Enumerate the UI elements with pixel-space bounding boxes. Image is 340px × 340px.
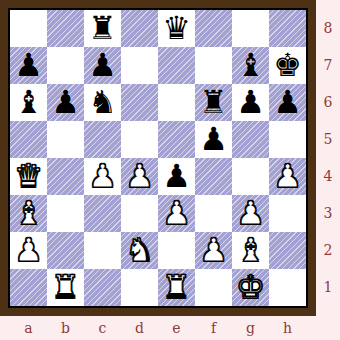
rank-label-2: 2 [317, 232, 339, 269]
board-inner-border: ♜♛♟♟♝♚♝♟♞♜♟♟♟♛♟♟♟♟♝♟♟♟♞♟♝♜♜♚ [8, 8, 308, 308]
black-rook-c8[interactable]: ♜ [84, 10, 121, 47]
white-bishop-a3[interactable]: ♝ [10, 195, 47, 232]
chess-board: ♜♛♟♟♝♚♝♟♞♜♟♟♟♛♟♟♟♟♝♟♟♟♞♟♝♜♜♚ [10, 10, 306, 306]
square-d1[interactable] [121, 269, 158, 306]
white-pawn-e3[interactable]: ♟ [158, 195, 195, 232]
white-bishop-g2[interactable]: ♝ [232, 232, 269, 269]
square-f7[interactable] [195, 47, 232, 84]
rank-label-5: 5 [317, 121, 339, 158]
square-e2[interactable] [158, 232, 195, 269]
rank-label-1: 1 [317, 269, 339, 306]
black-knight-c6[interactable]: ♞ [84, 84, 121, 121]
square-c5[interactable] [84, 121, 121, 158]
square-h6[interactable]: ♟ [269, 84, 306, 121]
square-a8[interactable] [10, 10, 47, 47]
square-g2[interactable]: ♝ [232, 232, 269, 269]
file-label-a: a [10, 317, 47, 339]
square-c3[interactable] [84, 195, 121, 232]
square-h2[interactable] [269, 232, 306, 269]
square-h5[interactable] [269, 121, 306, 158]
black-rook-f6[interactable]: ♜ [195, 84, 232, 121]
square-f3[interactable] [195, 195, 232, 232]
square-e8[interactable]: ♛ [158, 10, 195, 47]
white-pawn-g3[interactable]: ♟ [232, 195, 269, 232]
white-pawn-h4[interactable]: ♟ [269, 158, 306, 195]
black-pawn-g6[interactable]: ♟ [232, 84, 269, 121]
file-label-b: b [47, 317, 84, 339]
square-g1[interactable]: ♚ [232, 269, 269, 306]
black-pawn-e4[interactable]: ♟ [158, 158, 195, 195]
square-g4[interactable] [232, 158, 269, 195]
square-a2[interactable]: ♟ [10, 232, 47, 269]
file-labels: abcdefgh [10, 317, 306, 339]
black-pawn-a7[interactable]: ♟ [10, 47, 47, 84]
square-h4[interactable]: ♟ [269, 158, 306, 195]
square-g8[interactable] [232, 10, 269, 47]
square-b7[interactable] [47, 47, 84, 84]
square-a6[interactable]: ♝ [10, 84, 47, 121]
square-g6[interactable]: ♟ [232, 84, 269, 121]
rank-labels: 87654321 [317, 10, 339, 306]
square-d4[interactable]: ♟ [121, 158, 158, 195]
square-e1[interactable]: ♜ [158, 269, 195, 306]
square-h7[interactable]: ♚ [269, 47, 306, 84]
file-label-c: c [84, 317, 121, 339]
square-d6[interactable] [121, 84, 158, 121]
square-g7[interactable]: ♝ [232, 47, 269, 84]
square-f6[interactable]: ♜ [195, 84, 232, 121]
square-h1[interactable] [269, 269, 306, 306]
file-label-e: e [158, 317, 195, 339]
black-queen-e8[interactable]: ♛ [158, 10, 195, 47]
square-e5[interactable] [158, 121, 195, 158]
black-bishop-g7[interactable]: ♝ [232, 47, 269, 84]
square-a3[interactable]: ♝ [10, 195, 47, 232]
square-d7[interactable] [121, 47, 158, 84]
white-queen-a4[interactable]: ♛ [10, 158, 47, 195]
square-e6[interactable] [158, 84, 195, 121]
square-e4[interactable]: ♟ [158, 158, 195, 195]
square-g3[interactable]: ♟ [232, 195, 269, 232]
file-label-h: h [269, 317, 306, 339]
square-b6[interactable]: ♟ [47, 84, 84, 121]
board-frame: ♜♛♟♟♝♚♝♟♞♜♟♟♟♛♟♟♟♟♝♟♟♟♞♟♝♜♜♚ [0, 0, 316, 316]
black-pawn-c7[interactable]: ♟ [84, 47, 121, 84]
square-d2[interactable]: ♞ [121, 232, 158, 269]
white-rook-b1[interactable]: ♜ [47, 269, 84, 306]
square-a4[interactable]: ♛ [10, 158, 47, 195]
rank-label-7: 7 [317, 47, 339, 84]
white-rook-e1[interactable]: ♜ [158, 269, 195, 306]
square-b1[interactable]: ♜ [47, 269, 84, 306]
square-h3[interactable] [269, 195, 306, 232]
square-b8[interactable] [47, 10, 84, 47]
file-label-f: f [195, 317, 232, 339]
white-pawn-d4[interactable]: ♟ [121, 158, 158, 195]
square-d5[interactable] [121, 121, 158, 158]
white-pawn-c4[interactable]: ♟ [84, 158, 121, 195]
square-c4[interactable]: ♟ [84, 158, 121, 195]
square-f8[interactable] [195, 10, 232, 47]
square-f1[interactable] [195, 269, 232, 306]
rank-label-4: 4 [317, 158, 339, 195]
square-a5[interactable] [10, 121, 47, 158]
square-f4[interactable] [195, 158, 232, 195]
black-pawn-b6[interactable]: ♟ [47, 84, 84, 121]
square-c7[interactable]: ♟ [84, 47, 121, 84]
black-king-h7[interactable]: ♚ [269, 47, 306, 84]
square-a7[interactable]: ♟ [10, 47, 47, 84]
black-bishop-a6[interactable]: ♝ [10, 84, 47, 121]
black-pawn-h6[interactable]: ♟ [269, 84, 306, 121]
rank-label-8: 8 [317, 10, 339, 47]
white-pawn-f2[interactable]: ♟ [195, 232, 232, 269]
square-b5[interactable] [47, 121, 84, 158]
white-king-g1[interactable]: ♚ [232, 269, 269, 306]
square-c2[interactable] [84, 232, 121, 269]
square-f5[interactable]: ♟ [195, 121, 232, 158]
white-pawn-a2[interactable]: ♟ [10, 232, 47, 269]
square-d8[interactable] [121, 10, 158, 47]
square-c8[interactable]: ♜ [84, 10, 121, 47]
file-label-d: d [121, 317, 158, 339]
square-b4[interactable] [47, 158, 84, 195]
square-a1[interactable] [10, 269, 47, 306]
square-c6[interactable]: ♞ [84, 84, 121, 121]
black-pawn-f5[interactable]: ♟ [195, 121, 232, 158]
square-b3[interactable] [47, 195, 84, 232]
white-knight-d2[interactable]: ♞ [121, 232, 158, 269]
file-label-g: g [232, 317, 269, 339]
square-h8[interactable] [269, 10, 306, 47]
square-e3[interactable]: ♟ [158, 195, 195, 232]
square-f2[interactable]: ♟ [195, 232, 232, 269]
square-e7[interactable] [158, 47, 195, 84]
chess-diagram: ♜♛♟♟♝♚♝♟♞♜♟♟♟♛♟♟♟♟♝♟♟♟♞♟♝♜♜♚ abcdefgh 87… [0, 0, 340, 340]
square-c1[interactable] [84, 269, 121, 306]
square-d3[interactable] [121, 195, 158, 232]
rank-label-3: 3 [317, 195, 339, 232]
square-g5[interactable] [232, 121, 269, 158]
square-b2[interactable] [47, 232, 84, 269]
rank-label-6: 6 [317, 84, 339, 121]
